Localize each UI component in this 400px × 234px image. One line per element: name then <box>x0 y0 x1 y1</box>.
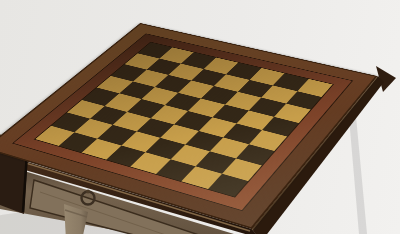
tabletop-perspective-wrap <box>37 0 340 234</box>
photo-backdrop <box>0 0 400 234</box>
backdrop-seam <box>348 106 367 234</box>
chessboard <box>34 42 334 198</box>
board-border-band <box>12 33 353 211</box>
table-top <box>0 23 378 229</box>
